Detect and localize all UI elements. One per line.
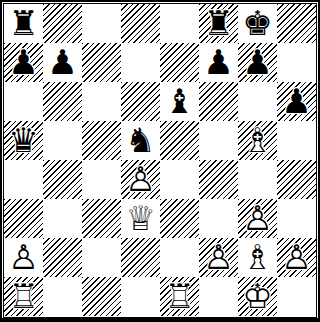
square-g7[interactable]: ♟♟: [238, 43, 277, 82]
piece-white-pawn: ♟♙: [238, 199, 277, 238]
square-c1[interactable]: [82, 277, 121, 316]
piece-fill-glyph: ♜: [4, 4, 43, 43]
square-g6[interactable]: [238, 82, 277, 121]
square-h3[interactable]: [277, 199, 316, 238]
square-d7[interactable]: [121, 43, 160, 82]
piece-white-queen: ♛♕: [121, 199, 160, 238]
piece-black-pawn: ♟♟: [238, 43, 277, 82]
square-g8[interactable]: ♚♚: [238, 4, 277, 43]
square-c2[interactable]: [82, 238, 121, 277]
square-g4[interactable]: [238, 160, 277, 199]
piece-black-pawn: ♟♟: [199, 43, 238, 82]
square-g2[interactable]: ♝♗: [238, 238, 277, 277]
square-h7[interactable]: [277, 43, 316, 82]
piece-fill-glyph: ♜: [199, 4, 238, 43]
chess-diagram: ♜♜♜♜♚♚♟♟♟♟♟♟♟♟♝♝♟♟♛♛♞♞♝♗♟♙♛♕♟♙♟♙♟♙♝♗♟♙♜♖…: [0, 0, 320, 322]
square-e8[interactable]: [160, 4, 199, 43]
square-f7[interactable]: ♟♟: [199, 43, 238, 82]
square-f3[interactable]: [199, 199, 238, 238]
piece-black-bishop: ♝♝: [160, 82, 199, 121]
piece-black-pawn: ♟♟: [43, 43, 82, 82]
square-a2[interactable]: ♟♙: [4, 238, 43, 277]
square-e7[interactable]: [160, 43, 199, 82]
piece-white-pawn: ♟♙: [277, 238, 316, 277]
square-f4[interactable]: [199, 160, 238, 199]
piece-outline-glyph: ♖: [4, 277, 43, 316]
piece-fill-glyph: ♛: [4, 121, 43, 160]
square-d4[interactable]: ♟♙: [121, 160, 160, 199]
piece-white-pawn: ♟♙: [121, 160, 160, 199]
square-d2[interactable]: [121, 238, 160, 277]
piece-black-king: ♚♚: [238, 4, 277, 43]
square-g1[interactable]: ♚♔: [238, 277, 277, 316]
square-b3[interactable]: [43, 199, 82, 238]
square-f5[interactable]: [199, 121, 238, 160]
piece-black-pawn: ♟♟: [277, 82, 316, 121]
square-d6[interactable]: [121, 82, 160, 121]
square-a3[interactable]: [4, 199, 43, 238]
piece-outline-glyph: ♙: [4, 238, 43, 277]
piece-fill-glyph: ♟: [199, 43, 238, 82]
square-e4[interactable]: [160, 160, 199, 199]
square-b4[interactable]: [43, 160, 82, 199]
piece-outline-glyph: ♗: [238, 238, 277, 277]
piece-outline-glyph: ♙: [238, 199, 277, 238]
square-f6[interactable]: [199, 82, 238, 121]
square-a5[interactable]: ♛♛: [4, 121, 43, 160]
piece-white-pawn: ♟♙: [199, 238, 238, 277]
square-f1[interactable]: [199, 277, 238, 316]
square-b7[interactable]: ♟♟: [43, 43, 82, 82]
piece-white-bishop: ♝♗: [238, 238, 277, 277]
piece-white-bishop: ♝♗: [238, 121, 277, 160]
square-h5[interactable]: [277, 121, 316, 160]
piece-fill-glyph: ♞: [121, 121, 160, 160]
piece-black-pawn: ♟♟: [4, 43, 43, 82]
chess-board: ♜♜♜♜♚♚♟♟♟♟♟♟♟♟♝♝♟♟♛♛♞♞♝♗♟♙♛♕♟♙♟♙♟♙♝♗♟♙♜♖…: [4, 4, 316, 316]
square-h1[interactable]: [277, 277, 316, 316]
piece-outline-glyph: ♕: [121, 199, 160, 238]
square-e6[interactable]: ♝♝: [160, 82, 199, 121]
square-h6[interactable]: ♟♟: [277, 82, 316, 121]
square-d1[interactable]: [121, 277, 160, 316]
square-b2[interactable]: [43, 238, 82, 277]
square-d8[interactable]: [121, 4, 160, 43]
square-a4[interactable]: [4, 160, 43, 199]
piece-black-knight: ♞♞: [121, 121, 160, 160]
square-c5[interactable]: [82, 121, 121, 160]
square-c3[interactable]: [82, 199, 121, 238]
piece-outline-glyph: ♖: [160, 277, 199, 316]
square-g3[interactable]: ♟♙: [238, 199, 277, 238]
piece-fill-glyph: ♝: [160, 82, 199, 121]
piece-black-rook: ♜♜: [4, 4, 43, 43]
square-c7[interactable]: [82, 43, 121, 82]
square-e2[interactable]: [160, 238, 199, 277]
square-b6[interactable]: [43, 82, 82, 121]
piece-outline-glyph: ♙: [277, 238, 316, 277]
piece-fill-glyph: ♟: [43, 43, 82, 82]
square-d3[interactable]: ♛♕: [121, 199, 160, 238]
square-b8[interactable]: [43, 4, 82, 43]
square-c6[interactable]: [82, 82, 121, 121]
square-h2[interactable]: ♟♙: [277, 238, 316, 277]
square-d5[interactable]: ♞♞: [121, 121, 160, 160]
square-c8[interactable]: [82, 4, 121, 43]
square-e1[interactable]: ♜♖: [160, 277, 199, 316]
square-a7[interactable]: ♟♟: [4, 43, 43, 82]
piece-fill-glyph: ♟: [238, 43, 277, 82]
piece-white-rook: ♜♖: [160, 277, 199, 316]
square-b1[interactable]: [43, 277, 82, 316]
piece-fill-glyph: ♟: [4, 43, 43, 82]
square-e5[interactable]: [160, 121, 199, 160]
square-a1[interactable]: ♜♖: [4, 277, 43, 316]
piece-white-king: ♚♔: [238, 277, 277, 316]
square-a8[interactable]: ♜♜: [4, 4, 43, 43]
piece-fill-glyph: ♟: [277, 82, 316, 121]
piece-outline-glyph: ♙: [199, 238, 238, 277]
square-g5[interactable]: ♝♗: [238, 121, 277, 160]
square-f8[interactable]: ♜♜: [199, 4, 238, 43]
square-a6[interactable]: [4, 82, 43, 121]
square-h4[interactable]: [277, 160, 316, 199]
piece-white-rook: ♜♖: [4, 277, 43, 316]
piece-white-pawn: ♟♙: [4, 238, 43, 277]
square-h8[interactable]: [277, 4, 316, 43]
square-e3[interactable]: [160, 199, 199, 238]
piece-outline-glyph: ♔: [238, 277, 277, 316]
piece-fill-glyph: ♚: [238, 4, 277, 43]
piece-outline-glyph: ♗: [238, 121, 277, 160]
square-f2[interactable]: ♟♙: [199, 238, 238, 277]
piece-outline-glyph: ♙: [121, 160, 160, 199]
square-c4[interactable]: [82, 160, 121, 199]
square-b5[interactable]: [43, 121, 82, 160]
piece-black-rook: ♜♜: [199, 4, 238, 43]
piece-black-queen: ♛♛: [4, 121, 43, 160]
